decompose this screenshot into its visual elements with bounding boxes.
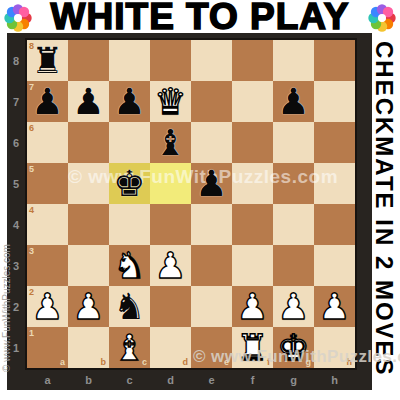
square-a2[interactable]: 2♟	[27, 286, 68, 327]
square-b3[interactable]	[68, 245, 109, 286]
square-g2[interactable]: ♟	[273, 286, 314, 327]
square-b8[interactable]	[68, 40, 109, 81]
square-d8[interactable]	[150, 40, 191, 81]
frame-file-label: g	[273, 372, 314, 388]
black-king[interactable]: ♚	[109, 163, 150, 204]
square-a3[interactable]: 3	[27, 245, 68, 286]
square-f3[interactable]	[232, 245, 273, 286]
frame-file-label: e	[191, 372, 232, 388]
square-e2[interactable]	[191, 286, 232, 327]
square-f6[interactable]	[232, 122, 273, 163]
frame-rank-label: 7	[7, 81, 25, 122]
square-h6[interactable]	[314, 122, 355, 163]
square-rank-label: 3	[29, 246, 34, 256]
puzzle-icon	[3, 3, 33, 33]
square-a8[interactable]: 8♜	[27, 40, 68, 81]
square-e3[interactable]	[191, 245, 232, 286]
watermark-left-vertical: © www.FunWithPuzzles.com	[1, 132, 13, 372]
square-a1[interactable]: 1a	[27, 327, 68, 368]
frame-file-label: b	[68, 372, 109, 388]
frame-file-label: f	[232, 372, 273, 388]
watermark-bottom: © www.FunWithPuzzles.com	[193, 347, 400, 367]
square-e7[interactable]	[191, 81, 232, 122]
square-c7[interactable]: ♟	[109, 81, 150, 122]
black-pawn[interactable]: ♟	[109, 81, 150, 122]
square-file-label: b	[101, 357, 107, 367]
square-h4[interactable]	[314, 204, 355, 245]
black-rook[interactable]: ♜	[27, 40, 68, 81]
square-b6[interactable]	[68, 122, 109, 163]
square-f2[interactable]: ♟	[232, 286, 273, 327]
header: WHITE TO PLAY	[0, 0, 400, 33]
white-bishop[interactable]: ♝	[109, 327, 150, 368]
white-pawn[interactable]: ♟	[273, 286, 314, 327]
black-pawn[interactable]: ♟	[68, 81, 109, 122]
square-e8[interactable]	[191, 40, 232, 81]
square-h7[interactable]	[314, 81, 355, 122]
square-rank-label: 4	[29, 205, 34, 215]
square-f8[interactable]	[232, 40, 273, 81]
page: WHITE TO PLAY 87654321abcdefgh 8♜7♟♟♟♛♟6…	[0, 0, 400, 400]
square-h2[interactable]: ♟	[314, 286, 355, 327]
page-title: WHITE TO PLAY	[51, 0, 350, 33]
frame-file-label: c	[109, 372, 150, 388]
black-knight[interactable]: ♞	[109, 286, 150, 327]
square-a5[interactable]: 5	[27, 163, 68, 204]
square-d2[interactable]	[150, 286, 191, 327]
square-rank-label: 1	[29, 328, 34, 338]
square-rank-label: 5	[29, 164, 34, 174]
square-c3[interactable]: ♞	[109, 245, 150, 286]
square-g4[interactable]	[273, 204, 314, 245]
square-file-label: d	[183, 357, 189, 367]
black-pawn[interactable]: ♟	[273, 81, 314, 122]
square-a7[interactable]: 7♟	[27, 81, 68, 122]
frame-rank-label: 8	[7, 40, 25, 81]
square-a6[interactable]: 6	[27, 122, 68, 163]
square-b2[interactable]: ♟	[68, 286, 109, 327]
square-h8[interactable]	[314, 40, 355, 81]
puzzle-icon	[367, 3, 397, 33]
square-c4[interactable]	[109, 204, 150, 245]
white-pawn[interactable]: ♟	[314, 286, 355, 327]
square-g6[interactable]	[273, 122, 314, 163]
black-pawn[interactable]: ♟	[191, 163, 232, 204]
square-h3[interactable]	[314, 245, 355, 286]
square-a4[interactable]: 4	[27, 204, 68, 245]
square-c2[interactable]: ♞	[109, 286, 150, 327]
square-b4[interactable]	[68, 204, 109, 245]
square-rank-label: 6	[29, 123, 34, 133]
square-d6[interactable]: ♝	[150, 122, 191, 163]
black-pawn[interactable]: ♟	[27, 81, 68, 122]
board: 8♜7♟♟♟♛♟6♝5♚♟43♞♟2♟♟♞♟♟♟1abc♝def♜g♚h	[25, 38, 357, 370]
square-d3[interactable]: ♟	[150, 245, 191, 286]
side-banner-text: CHECKMATE IN 2 MOVES	[371, 41, 397, 394]
square-d7[interactable]: ♛	[150, 81, 191, 122]
white-pawn[interactable]: ♟	[150, 245, 191, 286]
square-file-label: a	[60, 357, 65, 367]
square-f4[interactable]	[232, 204, 273, 245]
square-b1[interactable]: b	[68, 327, 109, 368]
square-g8[interactable]	[273, 40, 314, 81]
square-b7[interactable]: ♟	[68, 81, 109, 122]
square-e4[interactable]	[191, 204, 232, 245]
frame-file-label: d	[150, 372, 191, 388]
frame-file-label: a	[27, 372, 68, 388]
square-c6[interactable]	[109, 122, 150, 163]
square-c5[interactable]: ♚	[109, 163, 150, 204]
white-queen[interactable]: ♛	[150, 81, 191, 122]
white-pawn[interactable]: ♟	[232, 286, 273, 327]
white-knight[interactable]: ♞	[109, 245, 150, 286]
square-c8[interactable]	[109, 40, 150, 81]
square-d4[interactable]	[150, 204, 191, 245]
black-bishop[interactable]: ♝	[150, 122, 191, 163]
white-pawn[interactable]: ♟	[68, 286, 109, 327]
square-e6[interactable]	[191, 122, 232, 163]
square-d1[interactable]: d	[150, 327, 191, 368]
square-f7[interactable]	[232, 81, 273, 122]
frame-file-label: h	[314, 372, 355, 388]
square-g3[interactable]	[273, 245, 314, 286]
square-g7[interactable]: ♟	[273, 81, 314, 122]
white-pawn[interactable]: ♟	[27, 286, 68, 327]
square-e5[interactable]: ♟	[191, 163, 232, 204]
square-c1[interactable]: c♝	[109, 327, 150, 368]
